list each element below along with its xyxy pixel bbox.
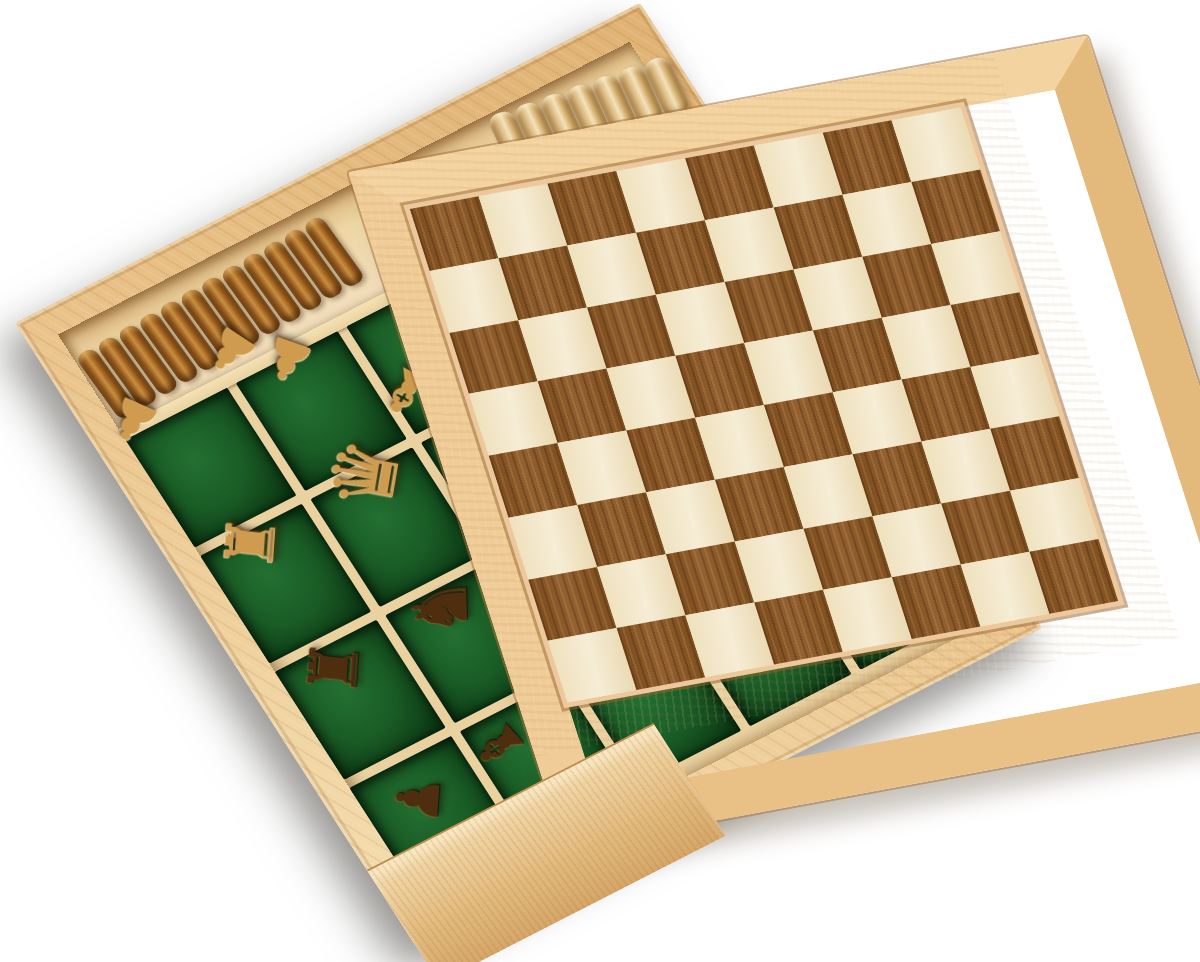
dark-rook-piece: ♜ xyxy=(300,637,370,699)
dark-pawn-piece: ♟ xyxy=(388,772,450,826)
product-photo: ♟♟♟♜♛♝♞♜♟♝ xyxy=(0,0,1200,962)
light-rook-piece: ♜ xyxy=(217,512,287,574)
dark-knight-piece: ♞ xyxy=(402,575,479,639)
